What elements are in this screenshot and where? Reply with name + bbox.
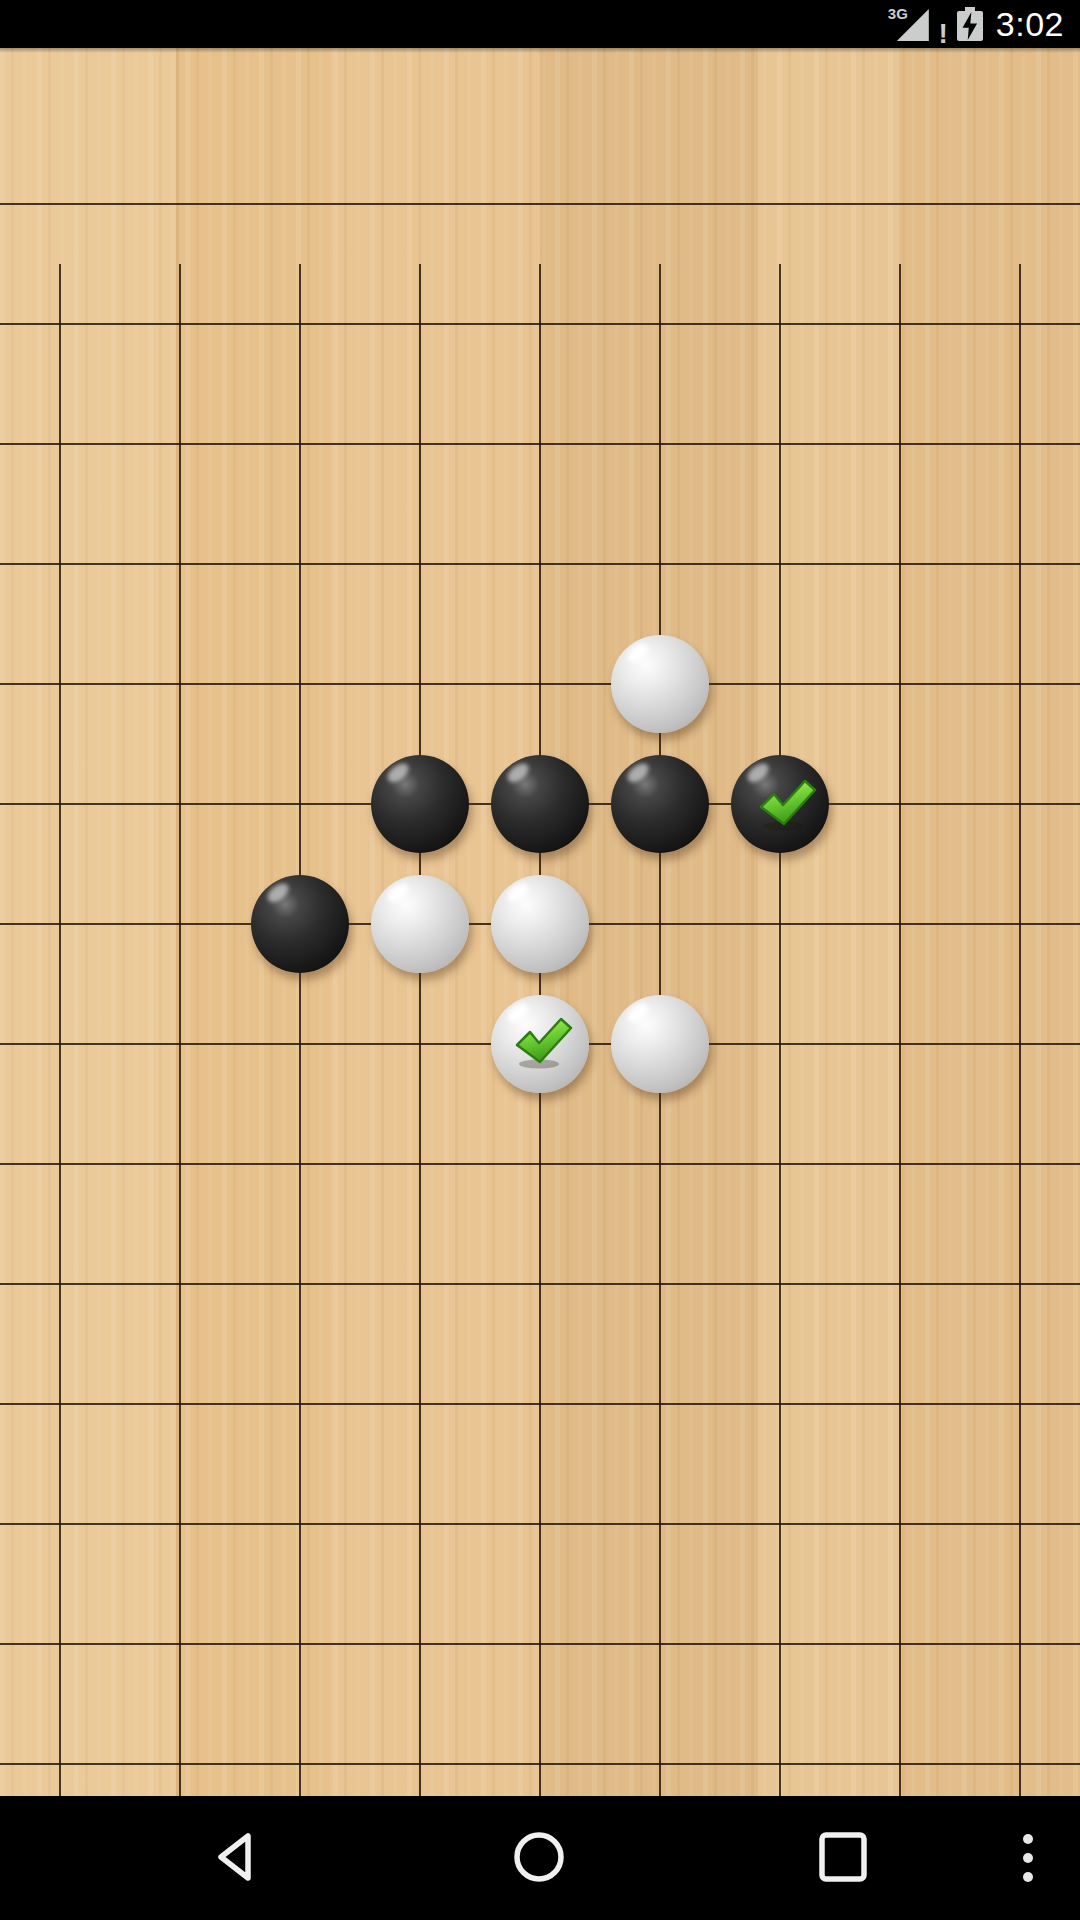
network-status: 3G !: [888, 4, 944, 44]
back-icon: [210, 1829, 262, 1888]
home-icon: [511, 1829, 567, 1888]
stone-white-pending[interactable]: [491, 995, 589, 1093]
stone-black: [611, 755, 709, 853]
navigation-bar: [0, 1796, 1080, 1920]
recents-icon: [817, 1831, 869, 1886]
stone-white: [611, 995, 709, 1093]
screen: 3G ! 3:02: [0, 0, 1080, 1920]
signal-alert-icon: !: [938, 18, 947, 50]
stone-black-pending[interactable]: [731, 755, 829, 853]
grid-line-vertical: [419, 264, 421, 1796]
clock-text: 3:02: [996, 0, 1064, 48]
stone-black: [491, 755, 589, 853]
back-button[interactable]: [176, 1796, 296, 1920]
status-bar: 3G ! 3:02: [0, 0, 1080, 48]
stone-white: [611, 635, 709, 733]
grid-line-vertical: [299, 264, 301, 1796]
stone-black: [371, 755, 469, 853]
recents-button[interactable]: [783, 1796, 903, 1920]
menu-button[interactable]: [988, 1796, 1068, 1920]
network-type-label: 3G: [888, 5, 908, 22]
grid-line-horizontal: [0, 203, 1080, 205]
grid-line-vertical: [59, 264, 61, 1796]
grid-line-vertical: [1019, 264, 1021, 1796]
grid-line-vertical: [179, 264, 181, 1796]
grid-line-vertical: [779, 264, 781, 1796]
stone-white: [491, 875, 589, 973]
overflow-menu-icon: [1023, 1825, 1033, 1891]
stone-black: [251, 875, 349, 973]
game-board[interactable]: [0, 48, 1080, 1796]
home-button[interactable]: [479, 1796, 599, 1920]
battery-charging-icon: [957, 4, 983, 44]
grid-line-vertical: [899, 264, 901, 1796]
stone-white: [371, 875, 469, 973]
